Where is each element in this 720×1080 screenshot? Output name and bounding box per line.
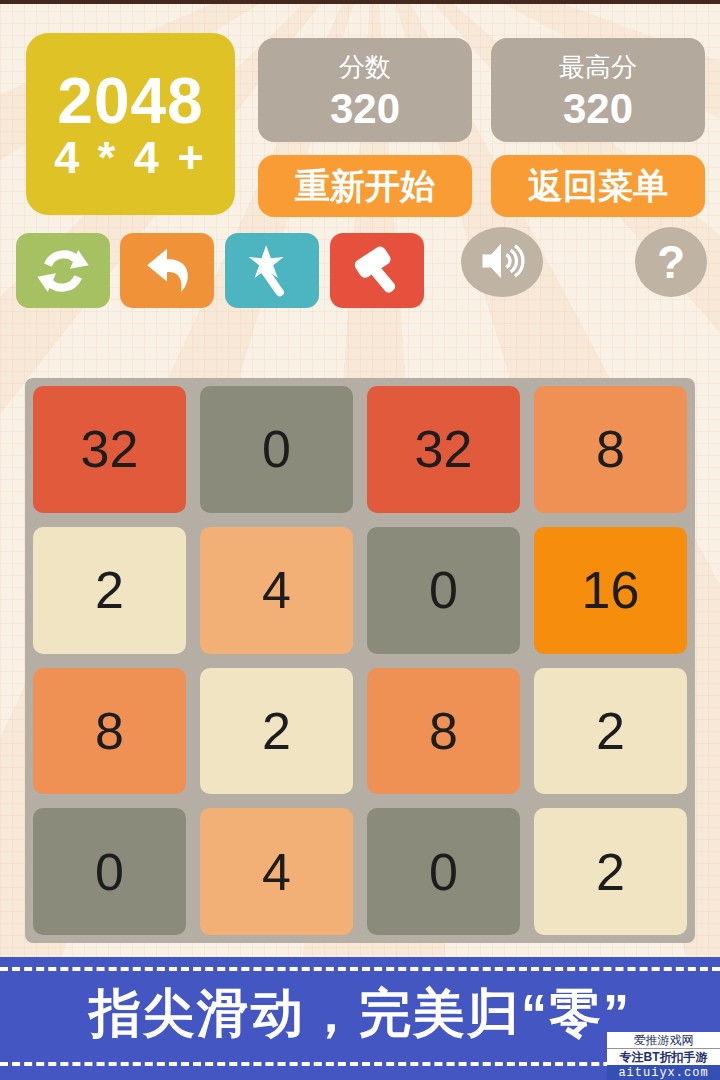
game-logo: 2048 4 * 4 + (26, 33, 235, 215)
tile-r3c1-value-8: 8 (33, 668, 186, 795)
hammer-button[interactable] (330, 233, 424, 308)
return-menu-button[interactable]: 返回菜单 (491, 155, 705, 217)
tile-r1c4-value-8: 8 (534, 386, 687, 513)
watermark-site-name: 爱推游戏网 (607, 1032, 720, 1048)
question-icon: ? (657, 235, 685, 289)
tile-r1c1-value-32: 32 (33, 386, 186, 513)
shuffle-button[interactable] (16, 233, 110, 308)
tile-r3c2-value-2: 2 (200, 668, 353, 795)
best-score-value: 320 (491, 88, 705, 130)
tile-r4c2-value-4: 4 (200, 808, 353, 935)
undo-button[interactable] (120, 233, 214, 308)
score-label: 分数 (258, 50, 472, 85)
tile-r1c3-value-32: 32 (367, 386, 520, 513)
magic-wand-icon (244, 243, 300, 299)
tile-r2c3-value-0: 0 (367, 527, 520, 654)
tile-r2c4-value-16: 16 (534, 527, 687, 654)
game-board[interactable]: 3203282401682820402 (25, 378, 695, 943)
logo-title: 2048 (26, 69, 235, 133)
score-box: 分数 320 (258, 38, 472, 142)
undo-icon (139, 243, 195, 299)
restart-button[interactable]: 重新开始 (258, 155, 472, 217)
watermark: 爱推游戏网 专注BT折扣手游 aituiyx.com (607, 1032, 720, 1080)
shuffle-icon (35, 243, 91, 299)
banner-dashed-line-top (0, 967, 720, 971)
tile-r3c3-value-8: 8 (367, 668, 520, 795)
best-score-box: 最高分 320 (491, 38, 705, 142)
top-strip (0, 0, 720, 4)
watermark-tagline: 专注BT折扣手游 (607, 1048, 720, 1065)
magic-wand-button[interactable] (225, 233, 319, 308)
help-button[interactable]: ? (635, 227, 707, 297)
sound-button[interactable] (461, 227, 543, 297)
logo-subtitle: 4 * 4 + (26, 135, 235, 180)
tile-r3c4-value-2: 2 (534, 668, 687, 795)
best-score-label: 最高分 (491, 50, 705, 85)
speaker-icon (476, 235, 528, 290)
score-value: 320 (258, 88, 472, 130)
tile-r2c2-value-4: 4 (200, 527, 353, 654)
hammer-icon (349, 243, 405, 299)
tile-r4c3-value-0: 0 (367, 808, 520, 935)
watermark-url: aituiyx.com (607, 1065, 720, 1080)
tile-r2c1-value-2: 2 (33, 527, 186, 654)
tile-r4c4-value-2: 2 (534, 808, 687, 935)
tile-r4c1-value-0: 0 (33, 808, 186, 935)
tile-r1c2-value-0: 0 (200, 386, 353, 513)
